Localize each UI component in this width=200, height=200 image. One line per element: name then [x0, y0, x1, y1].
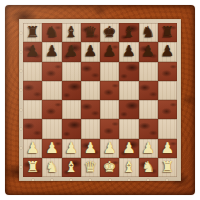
square-c7[interactable]: ♟ — [62, 42, 81, 61]
white-pawn[interactable]: ♟ — [161, 140, 174, 155]
black-bishop[interactable]: ♝ — [122, 25, 135, 40]
white-pawn[interactable]: ♟ — [122, 140, 135, 155]
file-marker — [70, 179, 72, 181]
black-pawn[interactable]: ♟ — [64, 44, 77, 59]
black-queen[interactable]: ♛ — [84, 25, 97, 40]
square-h7[interactable]: ♟ — [158, 42, 177, 61]
square-g1[interactable]: ♞ — [139, 158, 158, 177]
square-b7[interactable]: ♟ — [42, 42, 61, 61]
black-king[interactable]: ♚ — [103, 25, 116, 40]
square-d6[interactable] — [81, 62, 100, 81]
white-rook[interactable]: ♜ — [26, 159, 39, 174]
square-e7[interactable]: ♟ — [100, 42, 119, 61]
black-knight[interactable]: ♞ — [45, 25, 58, 40]
rank-marker — [20, 109, 22, 111]
square-b6[interactable] — [42, 62, 61, 81]
square-e3[interactable] — [100, 119, 119, 138]
square-a1[interactable]: ♜ — [23, 158, 42, 177]
file-marker — [51, 179, 53, 181]
square-f2[interactable]: ♟ — [119, 139, 138, 158]
square-g2[interactable]: ♟ — [139, 139, 158, 158]
black-pawn[interactable]: ♟ — [103, 44, 116, 59]
white-pawn[interactable]: ♟ — [103, 140, 116, 155]
white-bishop[interactable]: ♝ — [64, 159, 77, 174]
white-pawn[interactable]: ♟ — [141, 140, 154, 155]
black-rook[interactable]: ♜ — [26, 25, 39, 40]
square-c6[interactable] — [62, 62, 81, 81]
black-rook[interactable]: ♜ — [161, 25, 174, 40]
rank-marker — [20, 147, 22, 149]
square-c4[interactable] — [62, 100, 81, 119]
square-f5[interactable] — [119, 81, 138, 100]
white-pawn[interactable]: ♟ — [64, 140, 77, 155]
square-e5[interactable] — [100, 81, 119, 100]
square-a5[interactable] — [23, 81, 42, 100]
white-knight[interactable]: ♞ — [45, 159, 58, 174]
square-f4[interactable] — [119, 100, 138, 119]
file-marker — [109, 179, 111, 181]
rank-marker — [20, 51, 22, 53]
square-f1[interactable]: ♝ — [119, 158, 138, 177]
square-a8[interactable]: ♜ — [23, 23, 42, 42]
square-c5[interactable] — [62, 81, 81, 100]
white-king[interactable]: ♚ — [103, 159, 116, 174]
square-g7[interactable]: ♟ — [139, 42, 158, 61]
square-h6[interactable] — [158, 62, 177, 81]
rank-marker — [20, 70, 22, 72]
square-b8[interactable]: ♞ — [42, 23, 61, 42]
black-pawn[interactable]: ♟ — [45, 44, 58, 59]
square-g6[interactable] — [139, 62, 158, 81]
square-h3[interactable] — [158, 119, 177, 138]
square-c8[interactable]: ♝ — [62, 23, 81, 42]
square-d7[interactable]: ♟ — [81, 42, 100, 61]
chess-board-photo: ♜♞♝♛♚♝♞♜♟♟♟♟♟♟♟♟♟♟♟♟♟♟♟♟♜♞♝♛♚♝♞♜ — [5, 5, 195, 195]
square-c3[interactable] — [62, 119, 81, 138]
file-marker — [147, 179, 149, 181]
square-h4[interactable] — [158, 100, 177, 119]
square-g3[interactable] — [139, 119, 158, 138]
square-g8[interactable]: ♞ — [139, 23, 158, 42]
square-d5[interactable] — [81, 81, 100, 100]
white-rook[interactable]: ♜ — [161, 159, 174, 174]
square-e8[interactable]: ♚ — [100, 23, 119, 42]
white-queen[interactable]: ♛ — [84, 159, 97, 174]
square-d8[interactable]: ♛ — [81, 23, 100, 42]
square-f6[interactable] — [119, 62, 138, 81]
square-c1[interactable]: ♝ — [62, 158, 81, 177]
black-pawn[interactable]: ♟ — [141, 44, 154, 59]
square-b2[interactable]: ♟ — [42, 139, 61, 158]
black-pawn[interactable]: ♟ — [84, 44, 97, 59]
square-h8[interactable]: ♜ — [158, 23, 177, 42]
square-g5[interactable] — [139, 81, 158, 100]
square-e2[interactable]: ♟ — [100, 139, 119, 158]
chess-board[interactable]: ♜♞♝♛♚♝♞♜♟♟♟♟♟♟♟♟♟♟♟♟♟♟♟♟♜♞♝♛♚♝♞♜ — [23, 23, 177, 177]
square-f3[interactable] — [119, 119, 138, 138]
black-knight[interactable]: ♞ — [141, 25, 154, 40]
square-a3[interactable] — [23, 119, 42, 138]
white-knight[interactable]: ♞ — [141, 159, 154, 174]
square-g4[interactable] — [139, 100, 158, 119]
square-b3[interactable] — [42, 119, 61, 138]
square-f8[interactable]: ♝ — [119, 23, 138, 42]
square-a4[interactable] — [23, 100, 42, 119]
file-marker — [32, 179, 34, 181]
white-pawn[interactable]: ♟ — [26, 140, 39, 155]
black-pawn[interactable]: ♟ — [161, 44, 174, 59]
rank-marker — [20, 128, 22, 130]
square-b1[interactable]: ♞ — [42, 158, 61, 177]
square-d3[interactable] — [81, 119, 100, 138]
square-e1[interactable]: ♚ — [100, 158, 119, 177]
rank-marker — [20, 32, 22, 34]
black-bishop[interactable]: ♝ — [64, 25, 77, 40]
square-e4[interactable] — [100, 100, 119, 119]
square-h5[interactable] — [158, 81, 177, 100]
square-c2[interactable]: ♟ — [62, 139, 81, 158]
square-b5[interactable] — [42, 81, 61, 100]
file-marker — [128, 179, 130, 181]
square-a6[interactable] — [23, 62, 42, 81]
white-bishop[interactable]: ♝ — [122, 159, 135, 174]
square-h2[interactable]: ♟ — [158, 139, 177, 158]
square-b4[interactable] — [42, 100, 61, 119]
square-e6[interactable] — [100, 62, 119, 81]
square-a2[interactable]: ♟ — [23, 139, 42, 158]
black-pawn[interactable]: ♟ — [26, 44, 39, 59]
square-d1[interactable]: ♛ — [81, 158, 100, 177]
square-f7[interactable]: ♟ — [119, 42, 138, 61]
square-h1[interactable]: ♜ — [158, 158, 177, 177]
square-d2[interactable]: ♟ — [81, 139, 100, 158]
square-d4[interactable] — [81, 100, 100, 119]
board-border-strip: ♜♞♝♛♚♝♞♜♟♟♟♟♟♟♟♟♟♟♟♟♟♟♟♟♜♞♝♛♚♝♞♜ — [19, 19, 181, 181]
white-pawn[interactable]: ♟ — [45, 140, 58, 155]
square-a7[interactable]: ♟ — [23, 42, 42, 61]
black-pawn[interactable]: ♟ — [122, 44, 135, 59]
white-pawn[interactable]: ♟ — [84, 140, 97, 155]
